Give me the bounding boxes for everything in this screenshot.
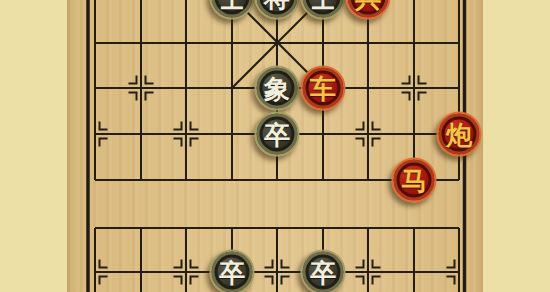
piece-black-elephant[interactable]: 象 — [255, 66, 300, 111]
xiangqi-screenshot: 士将士兵象车卒炮马卒卒 — [0, 0, 550, 292]
piece-black-soldier-d[interactable]: 卒 — [210, 250, 255, 292]
piece-red-chariot[interactable]: 车 — [301, 66, 346, 111]
piece-black-soldier-f[interactable]: 卒 — [301, 250, 346, 292]
piece-black-soldier-center[interactable]: 卒 — [255, 112, 300, 157]
piece-red-cannon[interactable]: 炮 — [437, 112, 482, 157]
piece-red-horse[interactable]: 马 — [392, 158, 437, 203]
